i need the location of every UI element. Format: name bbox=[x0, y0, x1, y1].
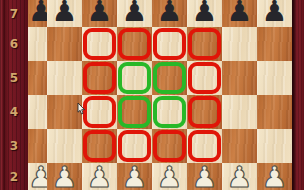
square-d2[interactable]: ♟ bbox=[117, 163, 152, 190]
square-g5[interactable] bbox=[222, 61, 257, 95]
white-pawn-a2[interactable]: ♟ bbox=[28, 163, 47, 190]
gutter-row: 7 bbox=[0, 0, 28, 27]
black-pawn-b7[interactable]: ♟ bbox=[47, 0, 82, 26]
white-pawn-d2[interactable]: ♟ bbox=[117, 163, 152, 190]
highlight-red-c4 bbox=[83, 96, 116, 128]
square-c6[interactable] bbox=[82, 27, 117, 61]
mouse-cursor-icon bbox=[77, 100, 86, 119]
square-h5[interactable] bbox=[257, 61, 292, 95]
board-frame-right bbox=[292, 0, 304, 190]
square-h3[interactable] bbox=[257, 129, 292, 163]
highlight-red-e3 bbox=[153, 130, 186, 162]
gutter-row: 2 bbox=[0, 163, 28, 190]
square-h7[interactable]: ♟ bbox=[257, 0, 292, 27]
gutter-row: 5 bbox=[0, 61, 28, 95]
highlight-green-d4 bbox=[118, 96, 151, 128]
highlight-red-f3 bbox=[188, 130, 221, 162]
gutter-row: 4 bbox=[0, 95, 28, 129]
square-d7[interactable]: ♟ bbox=[117, 0, 152, 27]
rank-label-5: 5 bbox=[10, 72, 18, 84]
black-pawn-a7[interactable]: ♟ bbox=[28, 0, 47, 26]
square-d4[interactable] bbox=[117, 95, 152, 129]
square-c2[interactable]: ♟ bbox=[82, 163, 117, 190]
square-g2[interactable]: ♟ bbox=[222, 163, 257, 190]
square-a5[interactable] bbox=[28, 61, 47, 95]
black-pawn-f7[interactable]: ♟ bbox=[187, 0, 222, 26]
square-g3[interactable] bbox=[222, 129, 257, 163]
white-pawn-g2[interactable]: ♟ bbox=[222, 163, 257, 190]
square-a6[interactable] bbox=[28, 27, 47, 61]
square-e7[interactable]: ♟ bbox=[152, 0, 187, 27]
square-a7[interactable]: ♟ bbox=[28, 0, 47, 27]
square-g7[interactable]: ♟ bbox=[222, 0, 257, 27]
rank-label-3: 3 bbox=[10, 140, 18, 152]
highlight-red-d3 bbox=[118, 130, 151, 162]
white-pawn-h2[interactable]: ♟ bbox=[257, 163, 292, 190]
white-pawn-b2[interactable]: ♟ bbox=[47, 163, 82, 190]
square-f2[interactable]: ♟ bbox=[187, 163, 222, 190]
rank-label-7: 7 bbox=[10, 8, 18, 20]
square-c4[interactable] bbox=[82, 95, 117, 129]
square-f3[interactable] bbox=[187, 129, 222, 163]
square-d6[interactable] bbox=[117, 27, 152, 61]
rank-label-6: 6 bbox=[10, 38, 18, 50]
square-c3[interactable] bbox=[82, 129, 117, 163]
square-b6[interactable] bbox=[47, 27, 82, 61]
square-b7[interactable]: ♟ bbox=[47, 0, 82, 27]
highlight-red-f4 bbox=[188, 96, 221, 128]
black-pawn-h7[interactable]: ♟ bbox=[257, 0, 292, 26]
highlight-green-e4 bbox=[153, 96, 186, 128]
square-c5[interactable] bbox=[82, 61, 117, 95]
square-g4[interactable] bbox=[222, 95, 257, 129]
square-g6[interactable] bbox=[222, 27, 257, 61]
highlight-red-d6 bbox=[118, 28, 151, 60]
highlight-red-e6 bbox=[153, 28, 186, 60]
rank-label-2: 2 bbox=[10, 171, 18, 183]
square-f5[interactable] bbox=[187, 61, 222, 95]
chess-board: ♟♟♟♟♟♟♟♟♟♟♟♟♟♟♟♟ bbox=[28, 0, 292, 190]
square-b5[interactable] bbox=[47, 61, 82, 95]
white-pawn-f2[interactable]: ♟ bbox=[187, 163, 222, 190]
square-e3[interactable] bbox=[152, 129, 187, 163]
square-a4[interactable] bbox=[28, 95, 47, 129]
square-e2[interactable]: ♟ bbox=[152, 163, 187, 190]
white-pawn-c2[interactable]: ♟ bbox=[82, 163, 117, 190]
square-e4[interactable] bbox=[152, 95, 187, 129]
square-f7[interactable]: ♟ bbox=[187, 0, 222, 27]
square-e5[interactable] bbox=[152, 61, 187, 95]
highlight-red-c3 bbox=[83, 130, 116, 162]
square-h2[interactable]: ♟ bbox=[257, 163, 292, 190]
highlight-red-c5 bbox=[83, 62, 116, 94]
square-d5[interactable] bbox=[117, 61, 152, 95]
highlight-green-e5 bbox=[153, 62, 186, 94]
gutter-row: 6 bbox=[0, 27, 28, 61]
square-a3[interactable] bbox=[28, 129, 47, 163]
square-b2[interactable]: ♟ bbox=[47, 163, 82, 190]
square-b3[interactable] bbox=[47, 129, 82, 163]
square-e6[interactable] bbox=[152, 27, 187, 61]
gutter-row: 3 bbox=[0, 129, 28, 163]
black-pawn-c7[interactable]: ♟ bbox=[82, 0, 117, 26]
square-d3[interactable] bbox=[117, 129, 152, 163]
highlight-red-f5 bbox=[188, 62, 221, 94]
white-pawn-e2[interactable]: ♟ bbox=[152, 163, 187, 190]
black-pawn-e7[interactable]: ♟ bbox=[152, 0, 187, 26]
highlight-green-d5 bbox=[118, 62, 151, 94]
square-c7[interactable]: ♟ bbox=[82, 0, 117, 27]
square-h4[interactable] bbox=[257, 95, 292, 129]
black-pawn-d7[interactable]: ♟ bbox=[117, 0, 152, 26]
square-f4[interactable] bbox=[187, 95, 222, 129]
black-pawn-g7[interactable]: ♟ bbox=[222, 0, 257, 26]
square-f6[interactable] bbox=[187, 27, 222, 61]
rank-label-4: 4 bbox=[10, 106, 18, 118]
highlight-red-f6 bbox=[188, 28, 221, 60]
chess-app-screen: ♟♟♟♟♟♟♟♟♟♟♟♟♟♟♟♟ 765432 bbox=[0, 0, 304, 190]
highlight-red-c6 bbox=[83, 28, 116, 60]
square-a2[interactable]: ♟ bbox=[28, 163, 47, 190]
rank-labels-gutter: 765432 bbox=[0, 0, 28, 190]
square-h6[interactable] bbox=[257, 27, 292, 61]
